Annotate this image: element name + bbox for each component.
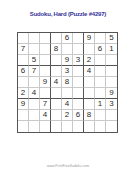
sudoku-cell-r5c7 <box>84 77 95 88</box>
sudoku-cell-r8c2 <box>29 110 40 121</box>
sudoku-cell-r4c6 <box>73 66 84 77</box>
sudoku-cell-r4c7: 4 <box>84 66 95 77</box>
sudoku-cell-r3c5: 9 <box>62 55 73 66</box>
sudoku-cell-r4c3 <box>40 66 51 77</box>
sudoku-cell-r3c3 <box>40 55 51 66</box>
sudoku-cell-r2c9: 1 <box>106 44 117 55</box>
sudoku-cell-r2c7 <box>84 44 95 55</box>
sudoku-cell-r2c3 <box>40 44 51 55</box>
sudoku-cell-r1c8 <box>95 33 106 44</box>
sudoku-cell-r5c2 <box>29 77 40 88</box>
sudoku-cell-r7c3: 7 <box>40 99 51 110</box>
sudoku-cell-r1c7: 9 <box>84 33 95 44</box>
sudoku-cell-r6c6 <box>73 88 84 99</box>
sudoku-cell-r8c5: 2 <box>62 110 73 121</box>
sudoku-cell-r3c6: 3 <box>73 55 84 66</box>
sudoku-cell-r9c1 <box>18 121 29 132</box>
sudoku-cell-r1c5: 6 <box>62 33 73 44</box>
sudoku-cell-r5c6 <box>73 77 84 88</box>
sudoku-cell-r5c4: 4 <box>51 77 62 88</box>
sudoku-cell-r8c8 <box>95 110 106 121</box>
sudoku-cell-r8c4 <box>51 110 62 121</box>
sudoku-cell-r3c4 <box>51 55 62 66</box>
sudoku-cell-r6c5 <box>62 88 73 99</box>
sudoku-cell-r4c2: 7 <box>29 66 40 77</box>
sudoku-cell-r2c6 <box>73 44 84 55</box>
sudoku-cell-r3c2: 5 <box>29 55 40 66</box>
sudoku-cell-r8c1 <box>18 110 29 121</box>
sudoku-cell-r1c2 <box>29 33 40 44</box>
sudoku-cell-r2c8: 6 <box>95 44 106 55</box>
footer-url: www.PrintFreeSudoku.com <box>0 164 136 168</box>
sudoku-cell-r9c8 <box>95 121 106 132</box>
sudoku-cell-r3c7: 2 <box>84 55 95 66</box>
sudoku-cell-r6c4 <box>51 88 62 99</box>
sudoku-cell-r6c2: 4 <box>29 88 40 99</box>
sudoku-cell-r7c4 <box>51 99 62 110</box>
sudoku-cell-r8c7: 8 <box>84 110 95 121</box>
sudoku-cell-r1c4 <box>51 33 62 44</box>
sudoku-cell-r5c9 <box>106 77 117 88</box>
sudoku-cell-r4c1: 6 <box>18 66 29 77</box>
sudoku-cell-r6c9: 9 <box>106 88 117 99</box>
sudoku-print-page: Sudoku, Hard (Puzzle #4297) 695786159326… <box>0 0 136 176</box>
sudoku-cell-r2c1: 7 <box>18 44 29 55</box>
sudoku-cell-r9c3 <box>40 121 51 132</box>
sudoku-cell-r1c3 <box>40 33 51 44</box>
sudoku-cell-r4c9 <box>106 66 117 77</box>
sudoku-cell-r7c5: 4 <box>62 99 73 110</box>
sudoku-cell-r4c5: 3 <box>62 66 73 77</box>
sudoku-cell-r7c1: 9 <box>18 99 29 110</box>
sudoku-cell-r3c8 <box>95 55 106 66</box>
sudoku-cell-r5c3: 9 <box>40 77 51 88</box>
sudoku-board: 695786159326734948249974134268 <box>17 32 118 133</box>
sudoku-cell-r3c9 <box>106 55 117 66</box>
sudoku-cell-r6c8 <box>95 88 106 99</box>
sudoku-cell-r7c2 <box>29 99 40 110</box>
sudoku-cell-r8c9 <box>106 110 117 121</box>
sudoku-cell-r1c9: 5 <box>106 33 117 44</box>
sudoku-cell-r7c6 <box>73 99 84 110</box>
puzzle-title: Sudoku, Hard (Puzzle #4297) <box>0 11 136 17</box>
sudoku-cell-r4c8 <box>95 66 106 77</box>
sudoku-cell-r8c3: 4 <box>40 110 51 121</box>
sudoku-cell-r2c5 <box>62 44 73 55</box>
sudoku-cell-r1c1 <box>18 33 29 44</box>
sudoku-cell-r7c8: 1 <box>95 99 106 110</box>
sudoku-cell-r9c4 <box>51 121 62 132</box>
sudoku-cell-r5c1 <box>18 77 29 88</box>
sudoku-cell-r6c3 <box>40 88 51 99</box>
sudoku-cell-r7c9: 3 <box>106 99 117 110</box>
sudoku-cell-r9c5 <box>62 121 73 132</box>
sudoku-cell-r9c2 <box>29 121 40 132</box>
sudoku-cell-r4c4 <box>51 66 62 77</box>
sudoku-cell-r5c8 <box>95 77 106 88</box>
sudoku-cell-r9c6 <box>73 121 84 132</box>
sudoku-cell-r7c7 <box>84 99 95 110</box>
sudoku-cell-r2c2 <box>29 44 40 55</box>
sudoku-cell-r8c6: 6 <box>73 110 84 121</box>
sudoku-cell-r5c5: 8 <box>62 77 73 88</box>
sudoku-cell-r9c7 <box>84 121 95 132</box>
sudoku-cell-r6c7 <box>84 88 95 99</box>
sudoku-cell-r3c1 <box>18 55 29 66</box>
sudoku-cell-r9c9 <box>106 121 117 132</box>
sudoku-cell-r1c6 <box>73 33 84 44</box>
sudoku-cell-r6c1: 2 <box>18 88 29 99</box>
sudoku-cell-r2c4: 8 <box>51 44 62 55</box>
